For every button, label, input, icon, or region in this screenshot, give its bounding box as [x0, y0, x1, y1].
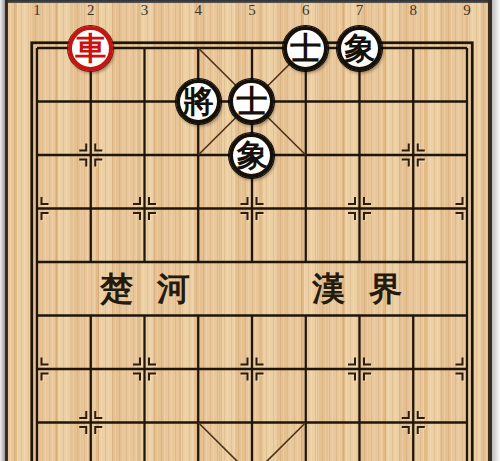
- black-elephant[interactable]: 象: [337, 26, 382, 71]
- black-advisor[interactable]: 士: [283, 26, 328, 71]
- file-number-label: 9: [463, 2, 471, 18]
- pieces-layer: 車士象將士象: [10, 21, 494, 461]
- file-number-label: 7: [356, 2, 364, 18]
- file-number-label: 2: [87, 2, 95, 18]
- file-number-label: 4: [195, 2, 203, 18]
- file-number-label: 1: [33, 2, 41, 18]
- file-number-label: 6: [302, 2, 310, 18]
- red-chariot[interactable]: 車: [68, 26, 113, 71]
- black-advisor[interactable]: 士: [229, 79, 274, 124]
- window-edge-top: [0, 0, 500, 3]
- black-elephant[interactable]: 象: [229, 133, 274, 178]
- file-number-label: 3: [141, 2, 149, 18]
- file-number-label: 5: [248, 2, 256, 18]
- board-frame-left: [5, 0, 8, 461]
- xiangqi-board: 123456789 楚 河 漢 界 車士象將士象: [0, 0, 500, 461]
- black-general[interactable]: 將: [176, 79, 221, 124]
- file-number-row: 123456789: [0, 0, 500, 20]
- file-number-label: 8: [410, 2, 418, 18]
- window-edge-right: [492, 0, 500, 461]
